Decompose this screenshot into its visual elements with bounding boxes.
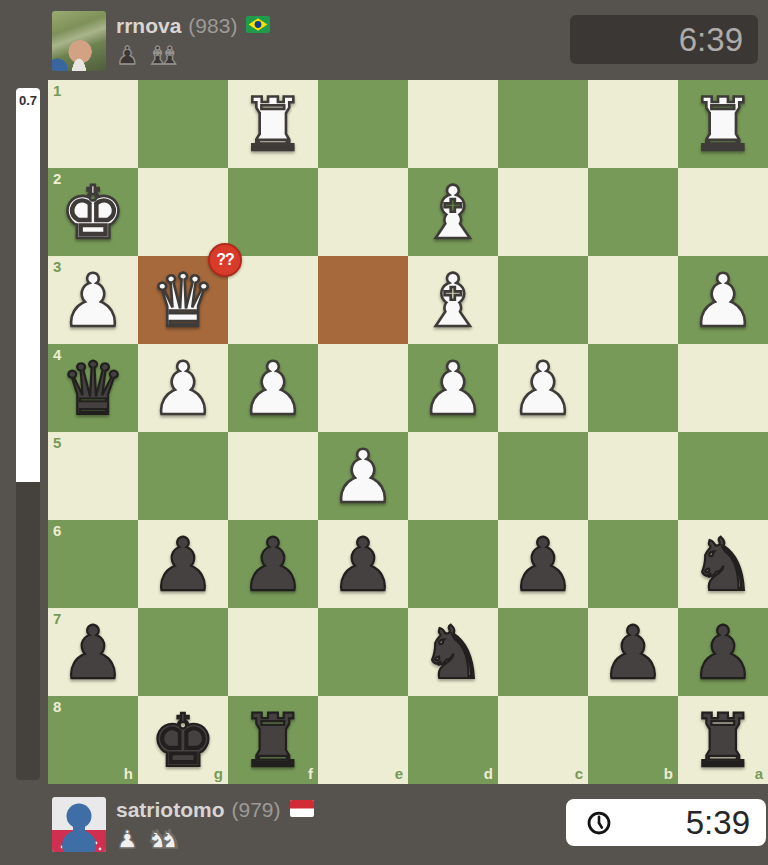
white-bishop-d3[interactable]: ♝ <box>408 256 498 344</box>
square-c8[interactable]: c <box>498 696 588 784</box>
file-label-a: a <box>755 765 763 782</box>
square-a8[interactable]: a♜ <box>678 696 768 784</box>
black-pawn-h7[interactable]: ♟ <box>48 608 138 696</box>
white-pawn-e5[interactable]: ♟ <box>318 432 408 520</box>
black-knight-d7[interactable]: ♞ <box>408 608 498 696</box>
square-e8[interactable]: e <box>318 696 408 784</box>
rank-label-8: 8 <box>53 698 61 715</box>
square-b4[interactable] <box>588 344 678 432</box>
white-bishop-d2[interactable]: ♝ <box>408 168 498 256</box>
square-c7[interactable] <box>498 608 588 696</box>
square-b1[interactable] <box>588 80 678 168</box>
square-d1[interactable] <box>408 80 498 168</box>
chess-board[interactable]: 1♜♜2♚♝3♟♛??♝♟4♛♟♟♟♟5♟6♟♟♟♟♞7♟♞♟♟8hg♚f♜ed… <box>48 80 768 784</box>
captured-white-knight-icon: ♞ <box>159 826 181 854</box>
square-h1[interactable]: 1 <box>48 80 138 168</box>
square-b3[interactable] <box>588 256 678 344</box>
square-b6[interactable] <box>588 520 678 608</box>
clock-icon <box>586 810 612 836</box>
opponent-clock: 6:39 <box>570 15 758 64</box>
square-h3[interactable]: 3♟ <box>48 256 138 344</box>
square-g1[interactable] <box>138 80 228 168</box>
captured-white-pawn-icon: ♟ <box>116 826 138 854</box>
black-knight-a6[interactable]: ♞ <box>678 520 768 608</box>
indonesia-flag-icon <box>290 800 314 821</box>
square-g2[interactable] <box>138 168 228 256</box>
square-g6[interactable]: ♟ <box>138 520 228 608</box>
square-e1[interactable] <box>318 80 408 168</box>
square-d5[interactable] <box>408 432 498 520</box>
square-e7[interactable] <box>318 608 408 696</box>
square-e6[interactable]: ♟ <box>318 520 408 608</box>
square-b2[interactable] <box>588 168 678 256</box>
square-h4[interactable]: 4♛ <box>48 344 138 432</box>
square-h5[interactable]: 5 <box>48 432 138 520</box>
square-h6[interactable]: 6 <box>48 520 138 608</box>
square-c4[interactable]: ♟ <box>498 344 588 432</box>
player-bar: satriotomo (979) ♟♞♞ 5:39 <box>0 784 768 865</box>
square-g8[interactable]: g♚ <box>138 696 228 784</box>
blunder-badge: ?? <box>208 243 242 277</box>
player-rating: (979) <box>232 798 281 822</box>
square-d6[interactable] <box>408 520 498 608</box>
square-d8[interactable]: d <box>408 696 498 784</box>
square-a6[interactable]: ♞ <box>678 520 768 608</box>
square-d3[interactable]: ♝ <box>408 256 498 344</box>
square-a3[interactable]: ♟ <box>678 256 768 344</box>
square-f2[interactable] <box>228 168 318 256</box>
file-label-g: g <box>214 765 223 782</box>
square-c3[interactable] <box>498 256 588 344</box>
square-b8[interactable]: b <box>588 696 678 784</box>
rank-label-6: 6 <box>53 522 61 539</box>
player-avatar[interactable] <box>52 797 106 852</box>
black-pawn-b7[interactable]: ♟ <box>588 608 678 696</box>
opponent-name-row: rrnova (983) <box>116 14 270 38</box>
player-name-row: satriotomo (979) <box>116 798 314 822</box>
evaluation-bar-white-portion: 0.7 <box>16 88 40 482</box>
square-f4[interactable]: ♟ <box>228 344 318 432</box>
player-captured-pieces: ♟♞♞ <box>116 826 314 854</box>
opponent-username[interactable]: rrnova <box>116 14 181 38</box>
square-a2[interactable] <box>678 168 768 256</box>
opponent-rating: (983) <box>188 14 237 38</box>
file-label-e: e <box>395 765 403 782</box>
square-c2[interactable] <box>498 168 588 256</box>
square-g4[interactable]: ♟ <box>138 344 228 432</box>
file-label-b: b <box>664 765 673 782</box>
square-h7[interactable]: 7♟ <box>48 608 138 696</box>
opponent-avatar[interactable] <box>52 11 106 71</box>
opponent-avatar-photo <box>52 11 106 71</box>
player-info[interactable]: satriotomo (979) ♟♞♞ <box>116 798 314 854</box>
square-e5[interactable]: ♟ <box>318 432 408 520</box>
file-label-d: d <box>484 765 493 782</box>
rank-label-5: 5 <box>53 434 61 451</box>
white-rook-a1[interactable]: ♜ <box>678 80 768 168</box>
square-f7[interactable] <box>228 608 318 696</box>
square-a1[interactable]: ♜ <box>678 80 768 168</box>
player-avatar-silhouette <box>52 797 106 852</box>
opponent-info[interactable]: rrnova (983) ♟♝♝ <box>116 14 270 70</box>
player-clock-time: 5:39 <box>686 804 750 842</box>
square-g5[interactable] <box>138 432 228 520</box>
black-rook-f8[interactable]: ♜ <box>228 696 318 784</box>
player-clock-active: 5:39 <box>566 799 766 846</box>
black-pawn-a7[interactable]: ♟ <box>678 608 768 696</box>
file-label-h: h <box>124 765 133 782</box>
white-pawn-d4[interactable]: ♟ <box>408 344 498 432</box>
captured-black-pawn-icon: ♟ <box>116 42 138 70</box>
white-pawn-c4[interactable]: ♟ <box>498 344 588 432</box>
evaluation-bar: 0.7 <box>16 88 40 780</box>
black-pawn-g6[interactable]: ♟ <box>138 520 228 608</box>
white-rook-f1[interactable]: ♜ <box>228 80 318 168</box>
square-f5[interactable] <box>228 432 318 520</box>
captured-black-bishop-icon: ♝ <box>159 42 181 70</box>
square-a5[interactable] <box>678 432 768 520</box>
evaluation-value: 0.7 <box>16 88 40 108</box>
square-e4[interactable] <box>318 344 408 432</box>
square-a4[interactable] <box>678 344 768 432</box>
opponent-clock-time: 6:39 <box>679 21 743 59</box>
square-d7[interactable]: ♞ <box>408 608 498 696</box>
square-d2[interactable]: ♝ <box>408 168 498 256</box>
square-f3[interactable] <box>228 256 318 344</box>
square-f6[interactable]: ♟ <box>228 520 318 608</box>
square-h8[interactable]: 8h <box>48 696 138 784</box>
square-c5[interactable] <box>498 432 588 520</box>
square-b5[interactable] <box>588 432 678 520</box>
brazil-flag-icon <box>246 16 270 37</box>
square-e2[interactable] <box>318 168 408 256</box>
square-d4[interactable]: ♟ <box>408 344 498 432</box>
square-e3[interactable] <box>318 256 408 344</box>
black-pawn-c6[interactable]: ♟ <box>498 520 588 608</box>
black-pawn-e6[interactable]: ♟ <box>318 520 408 608</box>
opponent-captured-pieces: ♟♝♝ <box>116 42 270 70</box>
black-pawn-f6[interactable]: ♟ <box>228 520 318 608</box>
opponent-bar: rrnova (983) ♟♝♝ 6:39 <box>0 0 768 80</box>
white-pawn-h3[interactable]: ♟ <box>48 256 138 344</box>
file-label-c: c <box>575 765 583 782</box>
white-pawn-a3[interactable]: ♟ <box>678 256 768 344</box>
rank-label-1: 1 <box>53 82 61 99</box>
black-queen-h4[interactable]: ♛ <box>48 344 138 432</box>
player-username[interactable]: satriotomo <box>116 798 225 822</box>
square-c1[interactable] <box>498 80 588 168</box>
chess-game-screen: rrnova (983) ♟♝♝ 6:39 0.7 1♜♜2♚♝3♟♛??♝♟4… <box>0 0 768 865</box>
file-label-f: f <box>308 765 313 782</box>
white-pawn-g4[interactable]: ♟ <box>138 344 228 432</box>
square-h2[interactable]: 2♚ <box>48 168 138 256</box>
square-g3[interactable]: ♛?? <box>138 256 228 344</box>
square-c6[interactable]: ♟ <box>498 520 588 608</box>
white-king-h2[interactable]: ♚ <box>48 168 138 256</box>
square-g7[interactable] <box>138 608 228 696</box>
square-a7[interactable]: ♟ <box>678 608 768 696</box>
square-b7[interactable]: ♟ <box>588 608 678 696</box>
white-pawn-f4[interactable]: ♟ <box>228 344 318 432</box>
square-f1[interactable]: ♜ <box>228 80 318 168</box>
square-f8[interactable]: f♜ <box>228 696 318 784</box>
